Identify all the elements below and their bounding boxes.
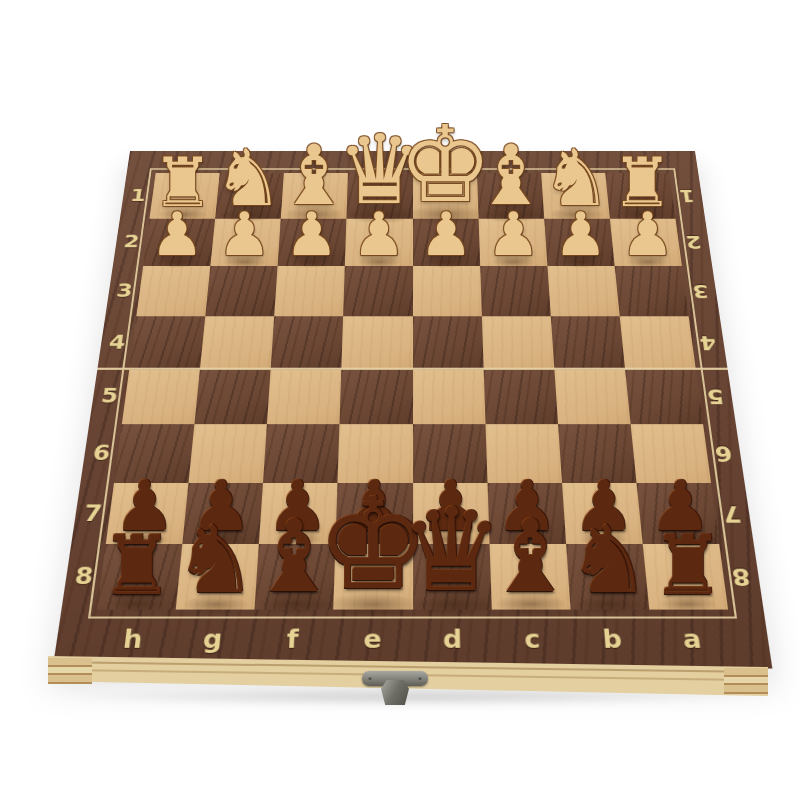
- file-label-h: h: [122, 628, 144, 652]
- rank-label-right-4: 4: [698, 333, 717, 352]
- rank-label-left-3: 3: [115, 282, 134, 300]
- square-h4[interactable]: [129, 316, 205, 369]
- rank-label-right-1: 1: [678, 187, 696, 203]
- file-label-d: d: [443, 628, 463, 652]
- square-f5[interactable]: [267, 369, 342, 424]
- square-h3[interactable]: [136, 266, 210, 316]
- square-e5[interactable]: [340, 369, 413, 424]
- square-e3[interactable]: [343, 266, 412, 316]
- square-f3[interactable]: [274, 266, 345, 316]
- square-e4[interactable]: [342, 316, 413, 369]
- square-a4[interactable]: [620, 316, 696, 369]
- rank-label-right-3: 3: [691, 282, 710, 300]
- file-label-e: e: [363, 628, 382, 652]
- rank-label-right-8: 8: [730, 565, 752, 588]
- latch-screw: [368, 676, 372, 680]
- rank-label-left-8: 8: [73, 565, 95, 588]
- latch-screw: [418, 676, 422, 680]
- square-c5[interactable]: [483, 369, 558, 424]
- piece-white-pawn-e2[interactable]: ♟: [352, 204, 406, 264]
- finger-joint-right: [724, 668, 768, 694]
- square-g4[interactable]: [200, 316, 274, 369]
- square-d3[interactable]: [413, 266, 482, 316]
- piece-black-knight-b8[interactable]: ♞: [568, 514, 651, 607]
- rank-label-left-2: 2: [122, 234, 140, 251]
- square-b3[interactable]: [547, 266, 619, 316]
- square-a3[interactable]: [615, 266, 689, 316]
- file-label-b: b: [602, 628, 623, 652]
- chess-set-photo: hgfedcba1234567812345678 ♜♞♝♛♚♝♞♜♟♟♟♟♟♟♟…: [0, 0, 800, 800]
- rank-label-right-2: 2: [685, 234, 703, 251]
- piece-black-rook-h8[interactable]: ♜: [100, 525, 174, 607]
- piece-white-pawn-h2[interactable]: ♟: [150, 204, 204, 264]
- piece-black-knight-g8[interactable]: ♞: [174, 514, 257, 607]
- piece-white-pawn-a2[interactable]: ♟: [621, 204, 675, 264]
- latch-knob: [381, 680, 409, 705]
- square-c3[interactable]: [480, 266, 551, 316]
- piece-white-pawn-f2[interactable]: ♟: [285, 204, 339, 264]
- file-label-f: f: [286, 628, 299, 652]
- square-d4[interactable]: [413, 316, 484, 369]
- square-f4[interactable]: [271, 316, 344, 369]
- file-label-g: g: [202, 628, 223, 652]
- piece-white-pawn-g2[interactable]: ♟: [218, 204, 272, 264]
- square-g5[interactable]: [195, 369, 271, 424]
- rank-label-left-6: 6: [91, 443, 111, 464]
- file-label-c: c: [524, 628, 541, 652]
- square-h5[interactable]: [122, 369, 200, 424]
- piece-white-pawn-b2[interactable]: ♟: [554, 204, 608, 264]
- square-b4[interactable]: [551, 316, 625, 369]
- file-label-a: a: [682, 628, 703, 652]
- square-d5[interactable]: [413, 369, 486, 424]
- square-a5[interactable]: [625, 369, 703, 424]
- board-drop-shadow: [60, 688, 760, 706]
- piece-white-pawn-c2[interactable]: ♟: [486, 204, 540, 264]
- piece-black-bishop-c8[interactable]: ♝: [486, 507, 576, 607]
- square-c4[interactable]: [482, 316, 555, 369]
- rank-label-right-5: 5: [706, 386, 726, 406]
- rank-label-right-7: 7: [722, 502, 743, 524]
- rank-label-right-6: 6: [714, 443, 734, 464]
- square-b5[interactable]: [554, 369, 630, 424]
- rank-label-left-5: 5: [100, 386, 120, 406]
- finger-joint-left: [48, 658, 92, 684]
- piece-white-pawn-d2[interactable]: ♟: [419, 204, 473, 264]
- rank-label-left-4: 4: [108, 333, 127, 352]
- rank-label-left-1: 1: [129, 187, 147, 203]
- piece-black-rook-a8[interactable]: ♜: [651, 525, 725, 607]
- square-g3[interactable]: [205, 266, 277, 316]
